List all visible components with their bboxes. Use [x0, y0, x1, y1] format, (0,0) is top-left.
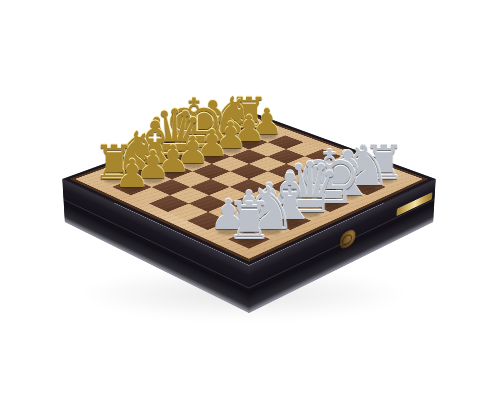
square-b1	[249, 221, 291, 239]
square-f1	[328, 187, 368, 203]
square-c2	[249, 203, 290, 220]
square-c5	[190, 179, 229, 195]
square-d4	[229, 179, 268, 195]
square-b6	[151, 179, 190, 195]
square-b2	[228, 212, 269, 230]
square-e1	[309, 195, 349, 212]
square-c3	[229, 195, 269, 212]
square-f2	[308, 179, 347, 195]
square-a5	[149, 195, 189, 212]
brand-plaque	[396, 192, 432, 216]
square-a7	[112, 179, 151, 195]
square-c1	[270, 212, 311, 230]
square-a2	[207, 221, 249, 239]
square-d2	[269, 195, 309, 212]
square-d3	[249, 187, 289, 203]
square-a4	[168, 203, 209, 220]
clasp-latch-icon	[340, 227, 356, 250]
square-d1	[290, 203, 331, 220]
square-g1	[347, 179, 386, 195]
square-a3	[187, 212, 228, 230]
square-b5	[170, 187, 210, 203]
square-e2	[289, 187, 329, 203]
square-a1	[228, 230, 270, 249]
product-photo: ♜♞♝♛♚♝♞♜♟♟♟♟♟♟♟♟♟♟♟♟♟♟♟♟♜♞♝♛♚♝♞♜	[0, 0, 500, 400]
square-a6	[130, 187, 170, 203]
square-b4	[189, 195, 229, 212]
chess-case	[62, 111, 435, 265]
square-c4	[209, 187, 249, 203]
square-b3	[208, 203, 249, 220]
square-e3	[269, 179, 308, 195]
